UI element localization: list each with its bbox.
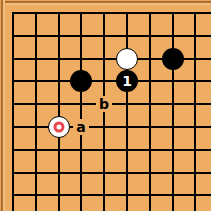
grid-line-horizontal — [12, 12, 211, 14]
stone-black — [70, 70, 92, 92]
grid-line-vertical — [12, 12, 14, 211]
grid-line-vertical — [194, 12, 196, 211]
grid-line-horizontal — [12, 126, 211, 128]
go-board: ba1 — [0, 0, 211, 211]
stone-black-move-1: 1 — [116, 70, 138, 92]
stone-white — [116, 48, 138, 70]
grid-line-vertical — [126, 12, 128, 211]
point-label-b: b — [96, 96, 112, 112]
grid-line-horizontal — [12, 35, 211, 37]
grid-line-vertical — [58, 12, 60, 211]
move-number: 1 — [116, 70, 138, 92]
grid-line-vertical — [149, 12, 151, 211]
grid-line-horizontal — [12, 172, 211, 174]
grid-line-vertical — [35, 12, 37, 211]
grid-line-vertical — [172, 12, 174, 211]
grid-line-horizontal — [12, 80, 211, 82]
grid-line-horizontal — [12, 149, 211, 151]
grid-line-horizontal — [12, 194, 211, 196]
point-label-a: a — [73, 119, 89, 135]
go-diagram: ba1 — [0, 0, 211, 211]
stone-black — [162, 48, 184, 70]
circle-marker-icon — [54, 122, 65, 133]
stone-white-circle-marked — [48, 116, 70, 138]
grid-line-vertical — [80, 12, 82, 211]
